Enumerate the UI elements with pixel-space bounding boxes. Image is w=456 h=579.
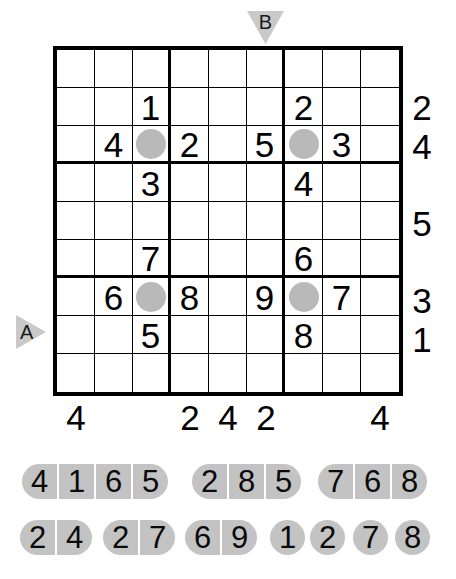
cell-r5c3[interactable]	[133, 202, 171, 240]
cell-r2c5[interactable]	[209, 88, 247, 126]
cell-r4c4[interactable]	[171, 164, 209, 202]
cell-r5c7[interactable]	[285, 202, 323, 240]
right-clue-column: 24531	[407, 50, 437, 397]
right-clue-row-6	[407, 243, 437, 282]
cell-r7c6[interactable]: 9	[247, 278, 285, 316]
ship-segment-digit: 2	[103, 520, 138, 555]
cell-r3c3[interactable]	[133, 126, 171, 164]
cell-r6c9[interactable]	[361, 240, 399, 278]
cell-r1c4[interactable]	[171, 50, 209, 88]
right-clue-row-2: 2	[407, 89, 437, 128]
cell-r9c8[interactable]	[323, 354, 361, 392]
cell-r3c8[interactable]: 3	[323, 126, 361, 164]
bottom-clue-col-3	[133, 398, 171, 432]
ship-segment-digit: 5	[133, 464, 168, 499]
given-digit: 8	[180, 280, 199, 315]
cell-r1c7[interactable]	[285, 50, 323, 88]
cell-r6c2[interactable]	[95, 240, 133, 278]
ship-segment-digit: 6	[96, 464, 131, 499]
cell-r3c6[interactable]: 5	[247, 126, 285, 164]
cell-r2c6[interactable]	[247, 88, 285, 126]
cell-r8c3[interactable]: 5	[133, 316, 171, 354]
given-digit: 4	[294, 166, 313, 201]
ship-segment-digit: 4	[22, 464, 57, 499]
cell-r9c6[interactable]	[247, 354, 285, 392]
cell-r2c3[interactable]: 1	[133, 88, 171, 126]
arrow-a-marker: A	[16, 315, 46, 349]
cell-r4c2[interactable]	[95, 164, 133, 202]
cell-r8c1[interactable]	[57, 316, 95, 354]
cell-r7c2[interactable]: 6	[95, 278, 133, 316]
fleet-row1-ship-2-cruiser: 285	[192, 464, 301, 499]
ship-segment-digit: 9	[222, 520, 257, 555]
fleet-row1-ship-1-battleship: 4165	[22, 464, 168, 499]
cell-r2c1[interactable]	[57, 88, 95, 126]
cell-r8c5[interactable]	[209, 316, 247, 354]
given-digit: 7	[332, 280, 351, 315]
bottom-clue-col-7	[285, 398, 323, 432]
cell-r5c8[interactable]	[323, 202, 361, 240]
cell-r1c1[interactable]	[57, 50, 95, 88]
ship-segment-digit: 8	[395, 520, 430, 555]
cell-r1c5[interactable]	[209, 50, 247, 88]
ship-segment-digit: 7	[140, 520, 175, 555]
given-digit: 2	[294, 90, 313, 125]
ship-segment-digit: 6	[185, 520, 220, 555]
fleet-row2-ship-6-submarine: 7	[353, 520, 388, 555]
cell-r6c7[interactable]: 6	[285, 240, 323, 278]
cell-r4c9[interactable]	[361, 164, 399, 202]
cell-r5c6[interactable]	[247, 202, 285, 240]
cell-r8c8[interactable]	[323, 316, 361, 354]
bottom-clue-col-1: 4	[57, 398, 95, 432]
cell-r5c2[interactable]	[95, 202, 133, 240]
ship-segment-digit: 6	[355, 464, 390, 499]
bottom-clue-col-8	[323, 398, 361, 432]
ship-segment-circle	[136, 129, 166, 159]
given-digit: 7	[141, 241, 160, 276]
given-digit: 2	[180, 127, 199, 162]
ship-segment-digit: 2	[192, 464, 227, 499]
cell-r5c9[interactable]	[361, 202, 399, 240]
cell-r7c7[interactable]	[285, 278, 323, 316]
right-clue-row-8: 1	[407, 320, 437, 359]
right-clue-row-3: 4	[407, 127, 437, 166]
fleet-row2-ship-2-destroyer: 27	[103, 520, 175, 555]
cell-r6c3[interactable]: 7	[133, 240, 171, 278]
cell-r4c7[interactable]: 4	[285, 164, 323, 202]
fleet-legend-row-1: 4165285768	[0, 464, 456, 499]
given-digit: 8	[294, 318, 313, 353]
cell-r8c6[interactable]	[247, 316, 285, 354]
fleet-row2-ship-3-destroyer: 69	[185, 520, 257, 555]
ship-segment-digit: 1	[270, 520, 305, 555]
cell-r2c4[interactable]	[171, 88, 209, 126]
cell-r8c4[interactable]	[171, 316, 209, 354]
given-digit: 5	[141, 318, 160, 353]
fleet-row2-ship-7-submarine: 8	[395, 520, 430, 555]
fleet-row2-ship-5-submarine: 2	[310, 520, 345, 555]
cell-r4c1[interactable]	[57, 164, 95, 202]
ship-segment-digit: 2	[310, 520, 345, 555]
ship-segment-digit: 8	[392, 464, 427, 499]
cell-r1c2[interactable]	[95, 50, 133, 88]
right-clue-row-5: 5	[407, 204, 437, 243]
given-digit: 3	[141, 166, 160, 201]
ship-segment-circle	[136, 282, 166, 312]
cell-r2c2[interactable]	[95, 88, 133, 126]
fleet-row1-ship-3-cruiser: 768	[318, 464, 427, 499]
bottom-clue-col-4: 2	[171, 398, 209, 432]
cell-r3c4[interactable]: 2	[171, 126, 209, 164]
cell-r7c1[interactable]	[57, 278, 95, 316]
cell-r7c3[interactable]	[133, 278, 171, 316]
cell-r1c6[interactable]	[247, 50, 285, 88]
given-digit: 3	[332, 127, 351, 162]
cell-r2c8[interactable]	[323, 88, 361, 126]
right-clue-row-9	[407, 359, 437, 398]
fleet-row2-ship-4-submarine: 1	[270, 520, 305, 555]
given-digit: 4	[104, 127, 123, 162]
cell-r9c3[interactable]	[133, 354, 171, 392]
given-digit: 6	[104, 280, 123, 315]
ship-segment-digit: 7	[318, 464, 353, 499]
cell-r8c9[interactable]	[361, 316, 399, 354]
cell-r3c7[interactable]	[285, 126, 323, 164]
cell-r5c5[interactable]	[209, 202, 247, 240]
fleet-row2-ship-1-destroyer: 24	[20, 520, 92, 555]
given-digit: 6	[294, 241, 313, 276]
bottom-clue-col-5: 4	[209, 398, 247, 432]
cell-r8c2[interactable]	[95, 316, 133, 354]
bottom-clue-col-2	[95, 398, 133, 432]
arrow-b-label: B	[259, 12, 272, 32]
bottom-clue-col-6: 2	[247, 398, 285, 432]
cell-r9c7[interactable]	[285, 354, 323, 392]
cell-r4c5[interactable]	[209, 164, 247, 202]
ship-segment-digit: 8	[229, 464, 264, 499]
right-clue-row-4	[407, 166, 437, 205]
cell-r3c1[interactable]	[57, 126, 95, 164]
cell-r9c1[interactable]	[57, 354, 95, 392]
ship-segment-digit: 7	[353, 520, 388, 555]
cell-r7c4[interactable]: 8	[171, 278, 209, 316]
given-digit: 1	[141, 90, 160, 125]
cell-r7c9[interactable]	[361, 278, 399, 316]
battleship-sudoku-puzzle: B A 1242533476689758 24531 42424 4165285…	[0, 0, 456, 579]
cell-r1c8[interactable]	[323, 50, 361, 88]
arrow-b-marker: B	[247, 11, 284, 44]
sudoku-board: 1242533476689758	[53, 46, 403, 396]
bottom-clue-col-9: 4	[361, 398, 399, 432]
cell-r6c6[interactable]	[247, 240, 285, 278]
cell-r3c2[interactable]: 4	[95, 126, 133, 164]
bottom-clue-row: 42424	[57, 398, 399, 432]
cell-r6c8[interactable]	[323, 240, 361, 278]
cell-r9c9[interactable]	[361, 354, 399, 392]
cell-r7c8[interactable]: 7	[323, 278, 361, 316]
cell-r8c7[interactable]: 8	[285, 316, 323, 354]
cell-r9c2[interactable]	[95, 354, 133, 392]
cell-r6c1[interactable]	[57, 240, 95, 278]
ship-segment-circle	[289, 282, 319, 312]
ship-segment-digit: 4	[57, 520, 92, 555]
cell-r6c4[interactable]	[171, 240, 209, 278]
given-digit: 5	[255, 127, 274, 162]
given-digit: 9	[255, 280, 274, 315]
cell-r4c8[interactable]	[323, 164, 361, 202]
cell-r9c5[interactable]	[209, 354, 247, 392]
cell-r5c4[interactable]	[171, 202, 209, 240]
cell-r3c9[interactable]	[361, 126, 399, 164]
fleet-legend-row-2: 2427691278	[0, 520, 456, 555]
right-clue-row-7: 3	[407, 282, 437, 321]
ship-segment-circle	[289, 129, 319, 159]
right-clue-row-1	[407, 50, 437, 89]
cell-r2c9[interactable]	[361, 88, 399, 126]
cell-r1c3[interactable]	[133, 50, 171, 88]
cell-r6c5[interactable]	[209, 240, 247, 278]
cell-r7c5[interactable]	[209, 278, 247, 316]
ship-segment-digit: 1	[59, 464, 94, 499]
cell-r3c5[interactable]	[209, 126, 247, 164]
ship-segment-digit: 2	[20, 520, 55, 555]
cell-r5c1[interactable]	[57, 202, 95, 240]
cell-r4c6[interactable]	[247, 164, 285, 202]
ship-segment-digit: 5	[266, 464, 301, 499]
cell-r4c3[interactable]: 3	[133, 164, 171, 202]
arrow-a-label: A	[20, 322, 33, 342]
cell-r1c9[interactable]	[361, 50, 399, 88]
cell-r9c4[interactable]	[171, 354, 209, 392]
cell-r2c7[interactable]: 2	[285, 88, 323, 126]
